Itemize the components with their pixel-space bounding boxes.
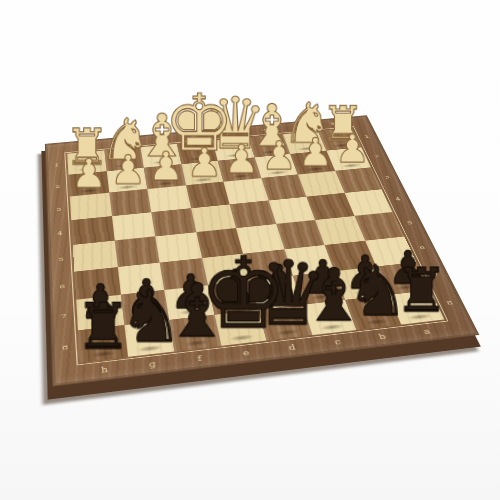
piece-white-pawn-g2: ♟ bbox=[110, 151, 146, 189]
square-g2: ♟ bbox=[106, 168, 147, 193]
square-h2: ♟ bbox=[68, 171, 108, 197]
coordinate-label: 5 bbox=[50, 245, 72, 274]
coordinate-label: 2 bbox=[48, 175, 68, 199]
piece-white-pawn-f2: ♟ bbox=[148, 148, 184, 186]
square-d2: ♟ bbox=[218, 157, 261, 182]
chess-board: hgfedcba hgfedcba 12345678 12345678 ♜♞♝♚… bbox=[45, 115, 480, 386]
square-e2: ♟ bbox=[181, 161, 224, 186]
piece-white-pawn-e2: ♟ bbox=[186, 144, 221, 182]
coordinate-label: 3 bbox=[48, 197, 69, 222]
square-f5 bbox=[155, 232, 201, 262]
piece-white-pawn-h2: ♟ bbox=[71, 155, 107, 193]
square-f4 bbox=[151, 208, 196, 236]
square-f3 bbox=[147, 185, 190, 212]
square-h8: ♜ bbox=[78, 325, 128, 363]
piece-white-pawn-c2: ♟ bbox=[261, 137, 296, 174]
piece-black-rook-h8: ♜ bbox=[75, 297, 131, 357]
square-g3 bbox=[109, 189, 151, 216]
board-perspective-wrap: hgfedcba hgfedcba 12345678 12345678 ♜♞♝♚… bbox=[50, 42, 422, 414]
coordinate-label: 6 bbox=[51, 272, 74, 303]
square-g4 bbox=[111, 212, 155, 241]
square-c2: ♟ bbox=[254, 154, 298, 178]
coordinate-label: 7 bbox=[52, 300, 76, 333]
square-f2: ♟ bbox=[144, 164, 186, 189]
piece-white-pawn-d2: ♟ bbox=[224, 141, 259, 178]
coordinate-label: 8 bbox=[53, 330, 78, 365]
square-g5 bbox=[114, 236, 159, 266]
piece-white-pawn-a2: ♟ bbox=[335, 131, 370, 168]
piece-white-pawn-b2: ♟ bbox=[298, 134, 333, 171]
coordinate-label: 4 bbox=[49, 220, 70, 247]
product-photo-scene: hgfedcba hgfedcba 12345678 12345678 ♜♞♝♚… bbox=[0, 0, 500, 500]
square-b2: ♟ bbox=[290, 150, 335, 174]
